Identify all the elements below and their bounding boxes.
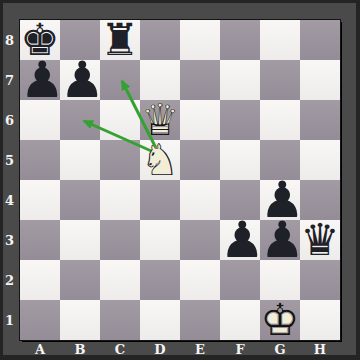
square-c8[interactable]: ♜ [100,20,140,60]
piece-glyph: ♟ [220,220,260,260]
square-f5[interactable] [220,140,260,180]
square-a3[interactable] [20,220,60,260]
file-label-a: A [20,341,60,357]
file-label-e: E [180,341,220,357]
piece-glyph: ♟ [260,220,300,260]
square-a4[interactable] [20,180,60,220]
chess-board: ♚♜♟♟♛♕♞♘♟♟♟♛♚♔ [20,20,340,340]
square-f7[interactable] [220,60,260,100]
rank-label-8: 8 [0,20,19,60]
square-f1[interactable] [220,300,260,340]
square-d2[interactable] [140,260,180,300]
piece-glyph: ♛ [300,220,340,260]
black-rook-piece[interactable]: ♜ [100,20,140,60]
square-h6[interactable] [300,100,340,140]
piece-glyph: ♟ [60,60,100,100]
square-f6[interactable] [220,100,260,140]
square-c2[interactable] [100,260,140,300]
square-a2[interactable] [20,260,60,300]
chess-board-frame: ♚♜♟♟♛♕♞♘♟♟♟♛♚♔ 87654321 ABCDEFGH [0,0,360,360]
piece-outline: ♔ [260,300,300,340]
square-g8[interactable] [260,20,300,60]
rank-label-4: 4 [0,180,19,220]
square-e8[interactable] [180,20,220,60]
square-d8[interactable] [140,20,180,60]
square-c5[interactable] [100,140,140,180]
square-b2[interactable] [60,260,100,300]
square-b7[interactable]: ♟ [60,60,100,100]
rank-label-5: 5 [0,140,19,180]
square-e4[interactable] [180,180,220,220]
square-h1[interactable] [300,300,340,340]
square-h2[interactable] [300,260,340,300]
square-e1[interactable] [180,300,220,340]
white-king-piece[interactable]: ♚♔ [260,300,300,340]
file-label-f: F [220,341,260,357]
square-e5[interactable] [180,140,220,180]
black-pawn-piece[interactable]: ♟ [60,60,100,100]
rank-label-6: 6 [0,100,19,140]
square-b5[interactable] [60,140,100,180]
square-h8[interactable] [300,20,340,60]
piece-outline: ♘ [140,140,180,180]
rank-label-7: 7 [0,60,19,100]
square-f8[interactable] [220,20,260,60]
square-a5[interactable] [20,140,60,180]
square-h3[interactable]: ♛ [300,220,340,260]
square-d1[interactable] [140,300,180,340]
square-g3[interactable]: ♟ [260,220,300,260]
square-c7[interactable] [100,60,140,100]
rank-label-3: 3 [0,220,19,260]
square-c6[interactable] [100,100,140,140]
file-label-c: C [100,341,140,357]
black-pawn-piece[interactable]: ♟ [20,60,60,100]
square-h7[interactable] [300,60,340,100]
square-d3[interactable] [140,220,180,260]
square-c3[interactable] [100,220,140,260]
square-g6[interactable] [260,100,300,140]
rank-label-1: 1 [0,300,19,340]
square-d4[interactable] [140,180,180,220]
piece-glyph: ♟ [20,60,60,100]
square-g1[interactable]: ♚♔ [260,300,300,340]
square-d5[interactable]: ♞♘ [140,140,180,180]
square-f3[interactable]: ♟ [220,220,260,260]
square-e3[interactable] [180,220,220,260]
square-e7[interactable] [180,60,220,100]
square-h5[interactable] [300,140,340,180]
rank-labels: 87654321 [0,20,19,340]
rank-label-2: 2 [0,260,19,300]
square-c4[interactable] [100,180,140,220]
square-c1[interactable] [100,300,140,340]
black-pawn-piece[interactable]: ♟ [220,220,260,260]
square-e6[interactable] [180,100,220,140]
square-b4[interactable] [60,180,100,220]
file-label-d: D [140,341,180,357]
black-queen-piece[interactable]: ♛ [300,220,340,260]
square-e2[interactable] [180,260,220,300]
square-b3[interactable] [60,220,100,260]
piece-glyph: ♜ [100,20,140,60]
white-knight-piece[interactable]: ♞♘ [140,140,180,180]
square-b1[interactable] [60,300,100,340]
black-pawn-piece[interactable]: ♟ [260,220,300,260]
square-a7[interactable]: ♟ [20,60,60,100]
file-label-b: B [60,341,100,357]
square-a1[interactable] [20,300,60,340]
file-label-h: H [300,341,340,357]
square-g7[interactable] [260,60,300,100]
